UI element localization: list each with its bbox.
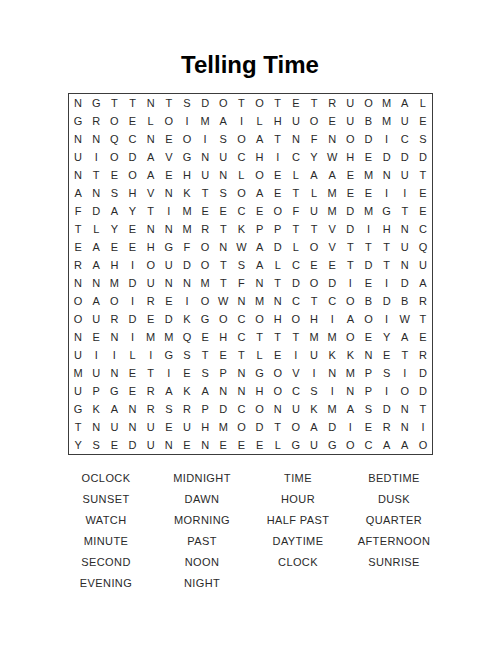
grid-cell-r4c17[interactable]: E	[359, 148, 377, 166]
grid-cell-r13c6[interactable]: D	[160, 310, 178, 328]
grid-cell-r13c12[interactable]: H	[269, 310, 287, 328]
grid-cell-r7c11[interactable]: E	[250, 202, 268, 220]
grid-cell-r6c2[interactable]: N	[87, 184, 105, 202]
grid-cell-r17c9[interactable]: N	[214, 382, 232, 400]
grid-cell-r18c20[interactable]: T	[414, 400, 432, 418]
grid-cell-r2c17[interactable]: B	[359, 112, 377, 130]
grid-cell-r18c9[interactable]: D	[214, 400, 232, 418]
grid-cell-r7c17[interactable]: M	[359, 202, 377, 220]
grid-cell-r6c1[interactable]: A	[69, 184, 87, 202]
grid-cell-r2c8[interactable]: M	[196, 112, 214, 130]
grid-cell-r19c6[interactable]: E	[160, 418, 178, 436]
grid-cell-r5c3[interactable]: E	[105, 166, 123, 184]
grid-cell-r13c13[interactable]: O	[287, 310, 305, 328]
grid-cell-r6c17[interactable]: E	[359, 184, 377, 202]
grid-cell-r12c12[interactable]: N	[269, 292, 287, 310]
grid-cell-r8c6[interactable]: N	[160, 220, 178, 238]
grid-cell-r12c2[interactable]: A	[87, 292, 105, 310]
grid-cell-r13c20[interactable]: T	[414, 310, 432, 328]
grid-cell-r3c2[interactable]: N	[87, 130, 105, 148]
grid-cell-r12c20[interactable]: R	[414, 292, 432, 310]
grid-cell-r19c15[interactable]: D	[323, 418, 341, 436]
grid-cell-r10c3[interactable]: H	[105, 256, 123, 274]
grid-cell-r12c9[interactable]: W	[214, 292, 232, 310]
grid-cell-r11c17[interactable]: E	[359, 274, 377, 292]
grid-cell-r1c19[interactable]: A	[396, 94, 414, 112]
grid-cell-r6c20[interactable]: E	[414, 184, 432, 202]
grid-cell-r5c11[interactable]: O	[250, 166, 268, 184]
grid-cell-r15c14[interactable]: U	[305, 346, 323, 364]
grid-cell-r1c17[interactable]: O	[359, 94, 377, 112]
grid-cell-r10c5[interactable]: O	[142, 256, 160, 274]
grid-cell-r12c19[interactable]: B	[396, 292, 414, 310]
grid-cell-r4c6[interactable]: V	[160, 148, 178, 166]
grid-cell-r16c3[interactable]: N	[105, 364, 123, 382]
grid-cell-r19c2[interactable]: N	[87, 418, 105, 436]
grid-cell-r19c10[interactable]: O	[232, 418, 250, 436]
grid-cell-r8c2[interactable]: L	[87, 220, 105, 238]
grid-cell-r20c2[interactable]: S	[87, 436, 105, 454]
grid-cell-r1c2[interactable]: G	[87, 94, 105, 112]
grid-cell-r9c6[interactable]: G	[160, 238, 178, 256]
grid-cell-r8c13[interactable]: T	[287, 220, 305, 238]
grid-cell-r10c7[interactable]: D	[178, 256, 196, 274]
grid-cell-r9c10[interactable]: W	[232, 238, 250, 256]
grid-cell-r1c6[interactable]: T	[160, 94, 178, 112]
grid-cell-r20c15[interactable]: G	[323, 436, 341, 454]
grid-cell-r9c7[interactable]: F	[178, 238, 196, 256]
grid-cell-r4c2[interactable]: I	[87, 148, 105, 166]
grid-cell-r2c3[interactable]: O	[105, 112, 123, 130]
grid-cell-r9c12[interactable]: D	[269, 238, 287, 256]
grid-cell-r8c7[interactable]: M	[178, 220, 196, 238]
grid-cell-r18c8[interactable]: P	[196, 400, 214, 418]
grid-cell-r4c11[interactable]: H	[250, 148, 268, 166]
grid-cell-r6c14[interactable]: L	[305, 184, 323, 202]
grid-cell-r18c17[interactable]: S	[359, 400, 377, 418]
grid-cell-r11c10[interactable]: F	[232, 274, 250, 292]
grid-cell-r15c4[interactable]: L	[123, 346, 141, 364]
grid-cell-r15c1[interactable]: U	[69, 346, 87, 364]
grid-cell-r17c6[interactable]: A	[160, 382, 178, 400]
grid-cell-r9c4[interactable]: E	[123, 238, 141, 256]
grid-cell-r9c11[interactable]: A	[250, 238, 268, 256]
grid-cell-r15c18[interactable]: E	[378, 346, 396, 364]
grid-cell-r1c16[interactable]: U	[341, 94, 359, 112]
grid-cell-r15c13[interactable]: I	[287, 346, 305, 364]
grid-cell-r9c1[interactable]: E	[69, 238, 87, 256]
grid-cell-r18c3[interactable]: A	[105, 400, 123, 418]
grid-cell-r11c18[interactable]: I	[378, 274, 396, 292]
grid-cell-r3c15[interactable]: N	[323, 130, 341, 148]
grid-cell-r6c8[interactable]: T	[196, 184, 214, 202]
grid-cell-r12c11[interactable]: M	[250, 292, 268, 310]
grid-cell-r1c9[interactable]: O	[214, 94, 232, 112]
grid-cell-r9c3[interactable]: E	[105, 238, 123, 256]
grid-cell-r3c5[interactable]: N	[142, 130, 160, 148]
grid-cell-r5c15[interactable]: A	[323, 166, 341, 184]
grid-cell-r5c7[interactable]: H	[178, 166, 196, 184]
grid-cell-r4c4[interactable]: D	[123, 148, 141, 166]
grid-cell-r3c13[interactable]: N	[287, 130, 305, 148]
grid-cell-r5c4[interactable]: O	[123, 166, 141, 184]
grid-cell-r12c15[interactable]: C	[323, 292, 341, 310]
grid-cell-r12c3[interactable]: O	[105, 292, 123, 310]
grid-cell-r3c7[interactable]: O	[178, 130, 196, 148]
grid-cell-r14c18[interactable]: Y	[378, 328, 396, 346]
grid-cell-r3c20[interactable]: S	[414, 130, 432, 148]
grid-cell-r10c6[interactable]: U	[160, 256, 178, 274]
grid-cell-r8c9[interactable]: T	[214, 220, 232, 238]
grid-cell-r4c19[interactable]: D	[396, 148, 414, 166]
grid-cell-r12c10[interactable]: N	[232, 292, 250, 310]
grid-cell-r20c6[interactable]: N	[160, 436, 178, 454]
grid-cell-r19c5[interactable]: U	[142, 418, 160, 436]
grid-cell-r8c20[interactable]: C	[414, 220, 432, 238]
grid-cell-r13c3[interactable]: R	[105, 310, 123, 328]
grid-cell-r2c2[interactable]: R	[87, 112, 105, 130]
grid-cell-r5c9[interactable]: N	[214, 166, 232, 184]
grid-cell-r12c16[interactable]: O	[341, 292, 359, 310]
grid-cell-r5c19[interactable]: U	[396, 166, 414, 184]
grid-cell-r7c20[interactable]: E	[414, 202, 432, 220]
grid-cell-r7c9[interactable]: E	[214, 202, 232, 220]
grid-cell-r15c3[interactable]: I	[105, 346, 123, 364]
grid-cell-r19c11[interactable]: D	[250, 418, 268, 436]
grid-cell-r2c4[interactable]: E	[123, 112, 141, 130]
grid-cell-r8c15[interactable]: V	[323, 220, 341, 238]
grid-cell-r6c3[interactable]: S	[105, 184, 123, 202]
grid-cell-r4c14[interactable]: Y	[305, 148, 323, 166]
grid-cell-r17c18[interactable]: I	[378, 382, 396, 400]
grid-cell-r1c10[interactable]: T	[232, 94, 250, 112]
grid-cell-r3c10[interactable]: O	[232, 130, 250, 148]
grid-cell-r18c1[interactable]: G	[69, 400, 87, 418]
grid-cell-r3c12[interactable]: T	[269, 130, 287, 148]
grid-cell-r10c4[interactable]: I	[123, 256, 141, 274]
grid-cell-r14c7[interactable]: Q	[178, 328, 196, 346]
grid-cell-r4c3[interactable]: O	[105, 148, 123, 166]
grid-cell-r3c11[interactable]: A	[250, 130, 268, 148]
grid-cell-r3c18[interactable]: I	[378, 130, 396, 148]
grid-cell-r19c1[interactable]: T	[69, 418, 87, 436]
grid-cell-r10c2[interactable]: A	[87, 256, 105, 274]
grid-cell-r13c2[interactable]: U	[87, 310, 105, 328]
grid-cell-r3c16[interactable]: O	[341, 130, 359, 148]
grid-cell-r17c5[interactable]: R	[142, 382, 160, 400]
grid-cell-r4c1[interactable]: U	[69, 148, 87, 166]
grid-cell-r18c5[interactable]: R	[142, 400, 160, 418]
grid-cell-r16c12[interactable]: O	[269, 364, 287, 382]
grid-cell-r8c16[interactable]: D	[341, 220, 359, 238]
grid-cell-r17c3[interactable]: G	[105, 382, 123, 400]
grid-cell-r19c13[interactable]: O	[287, 418, 305, 436]
grid-cell-r17c2[interactable]: P	[87, 382, 105, 400]
grid-cell-r10c19[interactable]: N	[396, 256, 414, 274]
grid-cell-r4c13[interactable]: C	[287, 148, 305, 166]
grid-cell-r9c9[interactable]: N	[214, 238, 232, 256]
grid-cell-r12c1[interactable]: O	[69, 292, 87, 310]
grid-cell-r16c2[interactable]: U	[87, 364, 105, 382]
grid-cell-r10c15[interactable]: E	[323, 256, 341, 274]
grid-cell-r14c19[interactable]: A	[396, 328, 414, 346]
grid-cell-r2c12[interactable]: H	[269, 112, 287, 130]
grid-cell-r8c14[interactable]: T	[305, 220, 323, 238]
grid-cell-r8c8[interactable]: R	[196, 220, 214, 238]
grid-cell-r14c14[interactable]: M	[305, 328, 323, 346]
grid-cell-r15c5[interactable]: I	[142, 346, 160, 364]
grid-cell-r9c17[interactable]: T	[359, 238, 377, 256]
grid-cell-r14c1[interactable]: N	[69, 328, 87, 346]
grid-cell-r19c7[interactable]: U	[178, 418, 196, 436]
grid-cell-r16c10[interactable]: N	[232, 364, 250, 382]
grid-cell-r16c15[interactable]: N	[323, 364, 341, 382]
grid-cell-r18c13[interactable]: U	[287, 400, 305, 418]
grid-cell-r8c3[interactable]: Y	[105, 220, 123, 238]
grid-cell-r5c1[interactable]: N	[69, 166, 87, 184]
grid-cell-r7c18[interactable]: G	[378, 202, 396, 220]
grid-cell-r10c8[interactable]: O	[196, 256, 214, 274]
grid-cell-r2c13[interactable]: U	[287, 112, 305, 130]
grid-cell-r13c8[interactable]: G	[196, 310, 214, 328]
grid-cell-r11c11[interactable]: N	[250, 274, 268, 292]
grid-cell-r1c12[interactable]: T	[269, 94, 287, 112]
grid-cell-r1c1[interactable]: N	[69, 94, 87, 112]
grid-cell-r3c4[interactable]: C	[123, 130, 141, 148]
grid-cell-r4c9[interactable]: U	[214, 148, 232, 166]
grid-cell-r5c13[interactable]: L	[287, 166, 305, 184]
grid-cell-r13c9[interactable]: O	[214, 310, 232, 328]
grid-cell-r17c10[interactable]: N	[232, 382, 250, 400]
grid-cell-r10c1[interactable]: R	[69, 256, 87, 274]
grid-cell-r11c2[interactable]: N	[87, 274, 105, 292]
grid-cell-r7c8[interactable]: E	[196, 202, 214, 220]
grid-cell-r10c9[interactable]: T	[214, 256, 232, 274]
grid-cell-r9c15[interactable]: V	[323, 238, 341, 256]
grid-cell-r4c16[interactable]: H	[341, 148, 359, 166]
grid-cell-r14c4[interactable]: I	[123, 328, 141, 346]
grid-cell-r8c12[interactable]: P	[269, 220, 287, 238]
grid-cell-r12c7[interactable]: I	[178, 292, 196, 310]
grid-cell-r19c12[interactable]: T	[269, 418, 287, 436]
grid-cell-r16c9[interactable]: P	[214, 364, 232, 382]
grid-cell-r12c4[interactable]: I	[123, 292, 141, 310]
grid-cell-r5c10[interactable]: L	[232, 166, 250, 184]
grid-cell-r7c7[interactable]: M	[178, 202, 196, 220]
grid-cell-r4c8[interactable]: N	[196, 148, 214, 166]
grid-cell-r15c20[interactable]: R	[414, 346, 432, 364]
grid-cell-r17c13[interactable]: C	[287, 382, 305, 400]
grid-cell-r18c14[interactable]: K	[305, 400, 323, 418]
grid-cell-r15c8[interactable]: T	[196, 346, 214, 364]
grid-cell-r9c16[interactable]: T	[341, 238, 359, 256]
grid-cell-r2c14[interactable]: O	[305, 112, 323, 130]
grid-cell-r20c14[interactable]: U	[305, 436, 323, 454]
grid-cell-r3c19[interactable]: C	[396, 130, 414, 148]
grid-cell-r10c14[interactable]: E	[305, 256, 323, 274]
grid-cell-r8c1[interactable]: T	[69, 220, 87, 238]
grid-cell-r15c15[interactable]: K	[323, 346, 341, 364]
grid-cell-r14c11[interactable]: T	[250, 328, 268, 346]
grid-cell-r7c6[interactable]: I	[160, 202, 178, 220]
grid-cell-r16c18[interactable]: S	[378, 364, 396, 382]
grid-cell-r6c11[interactable]: A	[250, 184, 268, 202]
grid-cell-r20c5[interactable]: U	[142, 436, 160, 454]
grid-cell-r11c5[interactable]: U	[142, 274, 160, 292]
grid-cell-r17c11[interactable]: H	[250, 382, 268, 400]
grid-cell-r10c11[interactable]: A	[250, 256, 268, 274]
grid-cell-r20c20[interactable]: O	[414, 436, 432, 454]
grid-cell-r1c4[interactable]: T	[123, 94, 141, 112]
grid-cell-r5c14[interactable]: A	[305, 166, 323, 184]
grid-cell-r19c19[interactable]: N	[396, 418, 414, 436]
grid-cell-r13c16[interactable]: A	[341, 310, 359, 328]
grid-cell-r10c16[interactable]: T	[341, 256, 359, 274]
grid-cell-r7c2[interactable]: D	[87, 202, 105, 220]
grid-cell-r15c17[interactable]: N	[359, 346, 377, 364]
grid-cell-r16c14[interactable]: I	[305, 364, 323, 382]
grid-cell-r11c8[interactable]: M	[196, 274, 214, 292]
grid-cell-r14c16[interactable]: O	[341, 328, 359, 346]
grid-cell-r7c14[interactable]: U	[305, 202, 323, 220]
grid-cell-r3c8[interactable]: I	[196, 130, 214, 148]
grid-cell-r2c11[interactable]: L	[250, 112, 268, 130]
grid-cell-r18c6[interactable]: S	[160, 400, 178, 418]
grid-cell-r6c9[interactable]: S	[214, 184, 232, 202]
grid-cell-r13c15[interactable]: I	[323, 310, 341, 328]
grid-cell-r1c15[interactable]: R	[323, 94, 341, 112]
grid-cell-r9c14[interactable]: O	[305, 238, 323, 256]
grid-cell-r20c8[interactable]: N	[196, 436, 214, 454]
grid-cell-r5c6[interactable]: E	[160, 166, 178, 184]
grid-cell-r11c9[interactable]: T	[214, 274, 232, 292]
grid-cell-r13c4[interactable]: D	[123, 310, 141, 328]
grid-cell-r19c4[interactable]: N	[123, 418, 141, 436]
grid-cell-r13c18[interactable]: I	[378, 310, 396, 328]
grid-cell-r18c19[interactable]: N	[396, 400, 414, 418]
grid-cell-r10c13[interactable]: C	[287, 256, 305, 274]
grid-cell-r16c20[interactable]: D	[414, 364, 432, 382]
grid-cell-r3c17[interactable]: D	[359, 130, 377, 148]
grid-cell-r11c12[interactable]: T	[269, 274, 287, 292]
grid-cell-r17c7[interactable]: K	[178, 382, 196, 400]
grid-cell-r20c1[interactable]: Y	[69, 436, 87, 454]
grid-cell-r6c7[interactable]: K	[178, 184, 196, 202]
grid-cell-r8c11[interactable]: P	[250, 220, 268, 238]
grid-cell-r12c5[interactable]: R	[142, 292, 160, 310]
grid-cell-r11c6[interactable]: N	[160, 274, 178, 292]
grid-cell-r11c1[interactable]: N	[69, 274, 87, 292]
grid-cell-r15c10[interactable]: T	[232, 346, 250, 364]
grid-cell-r11c15[interactable]: D	[323, 274, 341, 292]
grid-cell-r1c8[interactable]: D	[196, 94, 214, 112]
grid-cell-r15c7[interactable]: S	[178, 346, 196, 364]
grid-cell-r19c16[interactable]: I	[341, 418, 359, 436]
grid-cell-r5c8[interactable]: U	[196, 166, 214, 184]
grid-cell-r17c17[interactable]: P	[359, 382, 377, 400]
grid-cell-r1c11[interactable]: O	[250, 94, 268, 112]
grid-cell-r14c3[interactable]: N	[105, 328, 123, 346]
grid-cell-r8c10[interactable]: K	[232, 220, 250, 238]
grid-cell-r5c17[interactable]: M	[359, 166, 377, 184]
grid-cell-r14c20[interactable]: E	[414, 328, 432, 346]
grid-cell-r8c4[interactable]: E	[123, 220, 141, 238]
grid-cell-r15c11[interactable]: L	[250, 346, 268, 364]
grid-cell-r5c18[interactable]: N	[378, 166, 396, 184]
grid-cell-r8c17[interactable]: I	[359, 220, 377, 238]
grid-cell-r12c18[interactable]: D	[378, 292, 396, 310]
grid-cell-r8c5[interactable]: N	[142, 220, 160, 238]
grid-cell-r7c4[interactable]: Y	[123, 202, 141, 220]
grid-cell-r18c12[interactable]: N	[269, 400, 287, 418]
grid-cell-r11c13[interactable]: D	[287, 274, 305, 292]
grid-cell-r11c3[interactable]: M	[105, 274, 123, 292]
grid-cell-r7c16[interactable]: D	[341, 202, 359, 220]
grid-cell-r19c8[interactable]: H	[196, 418, 214, 436]
grid-cell-r19c14[interactable]: A	[305, 418, 323, 436]
grid-cell-r9c13[interactable]: L	[287, 238, 305, 256]
grid-cell-r17c19[interactable]: O	[396, 382, 414, 400]
grid-cell-r18c18[interactable]: D	[378, 400, 396, 418]
grid-cell-r11c14[interactable]: O	[305, 274, 323, 292]
grid-cell-r14c13[interactable]: T	[287, 328, 305, 346]
grid-cell-r18c2[interactable]: K	[87, 400, 105, 418]
grid-cell-r10c12[interactable]: L	[269, 256, 287, 274]
grid-cell-r16c6[interactable]: I	[160, 364, 178, 382]
grid-cell-r2c1[interactable]: G	[69, 112, 87, 130]
grid-cell-r13c19[interactable]: W	[396, 310, 414, 328]
grid-cell-r20c18[interactable]: A	[378, 436, 396, 454]
grid-cell-r11c16[interactable]: I	[341, 274, 359, 292]
grid-cell-r3c3[interactable]: Q	[105, 130, 123, 148]
grid-cell-r5c16[interactable]: E	[341, 166, 359, 184]
grid-cell-r17c20[interactable]: D	[414, 382, 432, 400]
grid-cell-r8c18[interactable]: H	[378, 220, 396, 238]
grid-cell-r12c6[interactable]: E	[160, 292, 178, 310]
grid-cell-r4c7[interactable]: G	[178, 148, 196, 166]
grid-cell-r5c20[interactable]: T	[414, 166, 432, 184]
grid-cell-r6c19[interactable]: I	[396, 184, 414, 202]
grid-cell-r16c1[interactable]: M	[69, 364, 87, 382]
grid-cell-r17c8[interactable]: A	[196, 382, 214, 400]
grid-cell-r16c8[interactable]: S	[196, 364, 214, 382]
grid-cell-r2c9[interactable]: A	[214, 112, 232, 130]
grid-cell-r20c12[interactable]: L	[269, 436, 287, 454]
grid-cell-r18c16[interactable]: A	[341, 400, 359, 418]
grid-cell-r9c20[interactable]: Q	[414, 238, 432, 256]
grid-cell-r3c6[interactable]: E	[160, 130, 178, 148]
grid-cell-r12c17[interactable]: B	[359, 292, 377, 310]
grid-cell-r2c7[interactable]: I	[178, 112, 196, 130]
grid-cell-r20c13[interactable]: G	[287, 436, 305, 454]
grid-cell-r20c7[interactable]: E	[178, 436, 196, 454]
grid-cell-r10c10[interactable]: S	[232, 256, 250, 274]
grid-cell-r9c5[interactable]: H	[142, 238, 160, 256]
grid-cell-r9c2[interactable]: A	[87, 238, 105, 256]
grid-cell-r3c9[interactable]: S	[214, 130, 232, 148]
grid-cell-r4c5[interactable]: A	[142, 148, 160, 166]
grid-cell-r12c14[interactable]: T	[305, 292, 323, 310]
grid-cell-r14c17[interactable]: E	[359, 328, 377, 346]
grid-cell-r17c1[interactable]: U	[69, 382, 87, 400]
grid-cell-r4c15[interactable]: W	[323, 148, 341, 166]
grid-cell-r13c11[interactable]: O	[250, 310, 268, 328]
grid-cell-r6c12[interactable]: E	[269, 184, 287, 202]
grid-cell-r3c14[interactable]: F	[305, 130, 323, 148]
grid-cell-r15c6[interactable]: G	[160, 346, 178, 364]
grid-cell-r15c19[interactable]: T	[396, 346, 414, 364]
grid-cell-r13c10[interactable]: C	[232, 310, 250, 328]
